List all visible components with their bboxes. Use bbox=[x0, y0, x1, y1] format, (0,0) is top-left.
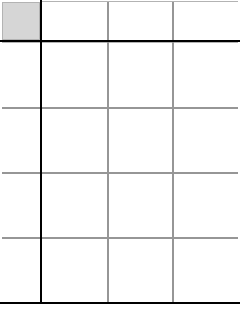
clue-grid-divider-vertical bbox=[40, 0, 42, 304]
puzzle-grid bbox=[42, 42, 238, 43]
thick-grid-line-h2 bbox=[2, 172, 238, 174]
thick-grid-line-h3 bbox=[2, 237, 238, 239]
left-clues-area bbox=[2, 42, 42, 43]
thick-grid-line-h1 bbox=[2, 107, 238, 109]
clue-corner-box bbox=[2, 2, 40, 40]
clue-grid-divider-horizontal bbox=[0, 40, 240, 42]
nonogram-board bbox=[0, 0, 240, 316]
top-clues-area bbox=[42, 1, 238, 2]
thick-grid-line-v2 bbox=[172, 2, 174, 302]
thick-grid-line-v1 bbox=[107, 2, 109, 302]
site-url-bar bbox=[0, 304, 239, 316]
